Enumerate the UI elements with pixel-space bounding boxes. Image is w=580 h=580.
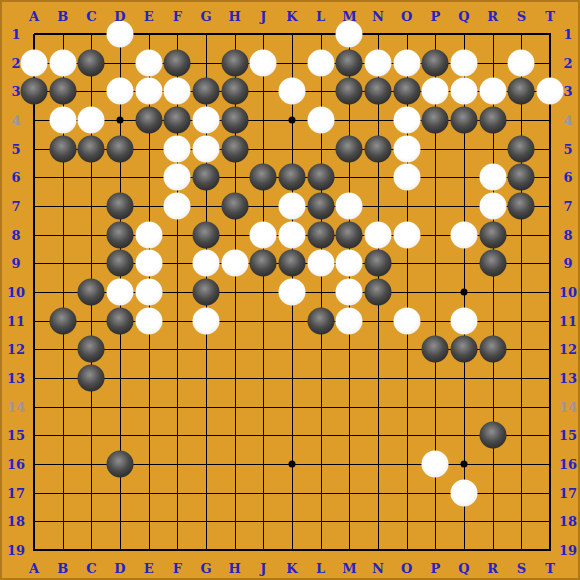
stone-white-M9 [336,250,363,277]
stone-black-S5 [508,135,535,162]
coord-col-top-P: P [430,10,440,23]
stone-black-M2 [336,49,363,76]
stone-black-N10 [365,279,392,306]
stone-black-S6 [508,164,535,191]
stone-black-G3 [193,78,220,105]
star-point-K4 [289,117,296,124]
stone-white-D3 [107,78,134,105]
coord-row-right-7: 7 [563,200,572,213]
coord-col-bottom-S: S [517,562,526,575]
coord-col-bottom-L: L [316,562,325,575]
coord-col-top-B: B [57,10,68,23]
coord-col-top-O: O [401,10,412,23]
stone-black-L11 [307,307,334,334]
coord-col-bottom-J: J [260,562,266,575]
coord-row-left-5: 5 [11,142,20,155]
stone-black-D8 [107,221,134,248]
coord-row-left-13: 13 [7,372,25,385]
coord-col-top-E: E [144,10,154,23]
coord-col-top-T: T [545,10,555,23]
stone-black-S3 [508,78,535,105]
stone-black-S7 [508,193,535,220]
coord-col-bottom-O: O [401,562,412,575]
stone-black-C2 [78,49,105,76]
star-point-Q16 [461,461,468,468]
coord-row-left-8: 8 [11,228,20,241]
coord-row-right-12: 12 [559,343,577,356]
stone-white-R3 [479,78,506,105]
stone-white-M1 [336,21,363,48]
coord-col-bottom-D: D [114,562,125,575]
coord-col-top-J: J [260,10,266,23]
stone-white-Q17 [451,479,478,506]
stone-white-L2 [307,49,334,76]
coord-col-bottom-K: K [286,562,297,575]
stone-white-E3 [135,78,162,105]
coord-col-top-F: F [173,10,182,23]
coord-col-top-H: H [229,10,241,23]
stone-white-K7 [279,193,306,220]
coord-row-right-4: 4 [563,114,572,127]
stone-black-L7 [307,193,334,220]
stone-white-P3 [422,78,449,105]
stone-black-Q4 [451,107,478,134]
stone-black-J9 [250,250,277,277]
stone-white-E10 [135,279,162,306]
stone-black-G6 [193,164,220,191]
stone-black-F2 [164,49,191,76]
stone-white-K8 [279,221,306,248]
stone-white-P16 [422,451,449,478]
stone-black-D11 [107,307,134,334]
coord-col-bottom-P: P [430,562,440,575]
coord-row-left-1: 1 [11,28,20,41]
coord-row-right-10: 10 [559,286,577,299]
stone-white-L4 [307,107,334,134]
grid-line-vertical [521,34,522,551]
coord-col-top-G: G [200,10,211,23]
stone-white-C4 [78,107,105,134]
coord-col-top-K: K [286,10,297,23]
coord-col-top-D: D [114,10,125,23]
coord-row-left-6: 6 [11,171,20,184]
coord-col-top-A: A [29,10,39,23]
stone-white-E2 [135,49,162,76]
stone-black-C10 [78,279,105,306]
coord-col-top-C: C [86,10,96,23]
stone-black-E4 [135,107,162,134]
coord-row-right-2: 2 [563,56,572,69]
coord-row-left-10: 10 [7,286,25,299]
coord-col-top-N: N [372,10,384,23]
stone-black-K6 [279,164,306,191]
coord-col-bottom-Q: Q [458,562,469,575]
grid-line-horizontal [34,378,551,379]
stone-black-D7 [107,193,134,220]
coord-col-bottom-B: B [57,562,68,575]
coord-col-bottom-F: F [173,562,182,575]
stone-white-D10 [107,279,134,306]
stone-black-L6 [307,164,334,191]
coord-row-left-18: 18 [7,515,25,528]
grid-line-horizontal [34,407,551,408]
coord-row-right-17: 17 [559,486,577,499]
stone-white-S2 [508,49,535,76]
stone-black-M5 [336,135,363,162]
stone-black-N5 [365,135,392,162]
stone-white-O5 [393,135,420,162]
stone-black-P2 [422,49,449,76]
stone-white-G5 [193,135,220,162]
stone-white-R6 [479,164,506,191]
stone-white-T3 [537,78,564,105]
coord-row-right-15: 15 [559,429,577,442]
stone-white-D1 [107,21,134,48]
coord-col-top-R: R [487,10,498,23]
stone-white-A2 [21,49,48,76]
star-point-K16 [289,461,296,468]
stone-white-G9 [193,250,220,277]
grid-line-vertical [549,34,551,551]
stone-black-C5 [78,135,105,162]
coord-col-bottom-R: R [487,562,498,575]
stone-white-H9 [221,250,248,277]
stone-black-L8 [307,221,334,248]
coord-row-right-18: 18 [559,515,577,528]
coord-col-top-S: S [517,10,526,23]
stone-black-N9 [365,250,392,277]
stone-black-P12 [422,336,449,363]
stone-white-F3 [164,78,191,105]
coord-row-right-5: 5 [563,142,572,155]
coord-row-left-9: 9 [11,257,20,270]
stone-white-E8 [135,221,162,248]
stone-black-H7 [221,193,248,220]
star-point-D4 [117,117,124,124]
coord-col-bottom-H: H [229,562,241,575]
coord-col-bottom-N: N [372,562,384,575]
coord-row-left-11: 11 [7,314,25,327]
stone-white-Q2 [451,49,478,76]
coord-col-bottom-T: T [545,562,555,575]
go-board[interactable]: AABBCCDDEEFFGGHHJJKKLLMMNNOOPPQQRRSSTT11… [0,0,580,580]
coord-row-right-14: 14 [559,400,577,413]
stone-black-Q12 [451,336,478,363]
stone-black-H3 [221,78,248,105]
coord-col-bottom-E: E [144,562,154,575]
coord-row-left-7: 7 [11,200,20,213]
stone-black-P4 [422,107,449,134]
stone-black-F4 [164,107,191,134]
stone-white-O4 [393,107,420,134]
grid-line-horizontal [34,435,551,436]
coord-row-right-19: 19 [559,544,577,557]
stone-white-B2 [49,49,76,76]
stone-white-N8 [365,221,392,248]
stone-black-R15 [479,422,506,449]
stone-white-O11 [393,307,420,334]
coord-col-bottom-A: A [29,562,39,575]
coord-row-left-3: 3 [11,85,20,98]
coord-row-right-6: 6 [563,171,572,184]
coord-row-right-13: 13 [559,372,577,385]
stone-black-O3 [393,78,420,105]
stone-white-J2 [250,49,277,76]
stone-black-A3 [21,78,48,105]
coord-row-right-8: 8 [563,228,572,241]
stone-white-L9 [307,250,334,277]
coord-col-bottom-G: G [200,562,211,575]
star-point-Q10 [461,289,468,296]
coord-col-top-L: L [316,10,325,23]
stone-black-R9 [479,250,506,277]
stone-black-H2 [221,49,248,76]
stone-white-M7 [336,193,363,220]
stone-black-D5 [107,135,134,162]
stone-white-Q8 [451,221,478,248]
stone-black-M3 [336,78,363,105]
stone-white-M10 [336,279,363,306]
stone-white-Q11 [451,307,478,334]
coord-row-right-11: 11 [559,314,577,327]
stone-black-B5 [49,135,76,162]
stone-black-H4 [221,107,248,134]
stone-white-F6 [164,164,191,191]
grid-line-horizontal [34,521,551,522]
stone-white-O8 [393,221,420,248]
coord-col-bottom-C: C [86,562,96,575]
stone-black-N3 [365,78,392,105]
stone-black-G10 [193,279,220,306]
stone-white-G11 [193,307,220,334]
stone-white-F5 [164,135,191,162]
go-app: { "game": "go", "board_size": 19, "colum… [0,0,580,580]
stone-black-D9 [107,250,134,277]
stone-white-B4 [49,107,76,134]
coord-row-left-14: 14 [7,400,25,413]
stone-black-J6 [250,164,277,191]
stone-black-R12 [479,336,506,363]
grid-line-horizontal [34,549,551,551]
stone-white-N2 [365,49,392,76]
stone-black-H5 [221,135,248,162]
stone-white-E11 [135,307,162,334]
stone-black-B11 [49,307,76,334]
stone-black-C12 [78,336,105,363]
stone-white-K10 [279,279,306,306]
coord-row-left-17: 17 [7,486,25,499]
stone-black-R4 [479,107,506,134]
coord-col-top-Q: Q [458,10,469,23]
coord-row-left-16: 16 [7,458,25,471]
coord-row-left-2: 2 [11,56,20,69]
coord-row-left-12: 12 [7,343,25,356]
stone-white-G4 [193,107,220,134]
stone-white-O2 [393,49,420,76]
coord-row-left-4: 4 [11,114,20,127]
stone-white-J8 [250,221,277,248]
stone-white-M11 [336,307,363,334]
coord-row-right-16: 16 [559,458,577,471]
stone-black-C13 [78,365,105,392]
coord-row-left-19: 19 [7,544,25,557]
stone-black-M8 [336,221,363,248]
coord-row-right-3: 3 [563,85,572,98]
stone-black-R8 [479,221,506,248]
stone-white-K3 [279,78,306,105]
stone-white-E9 [135,250,162,277]
coord-col-top-M: M [342,10,356,23]
stone-black-D16 [107,451,134,478]
stone-white-F7 [164,193,191,220]
stone-white-O6 [393,164,420,191]
coord-col-bottom-M: M [342,562,356,575]
coord-row-right-1: 1 [563,28,572,41]
coord-row-left-15: 15 [7,429,25,442]
stone-black-B3 [49,78,76,105]
stone-white-Q3 [451,78,478,105]
stone-black-K9 [279,250,306,277]
stone-white-R7 [479,193,506,220]
stone-black-G8 [193,221,220,248]
coord-row-right-9: 9 [563,257,572,270]
